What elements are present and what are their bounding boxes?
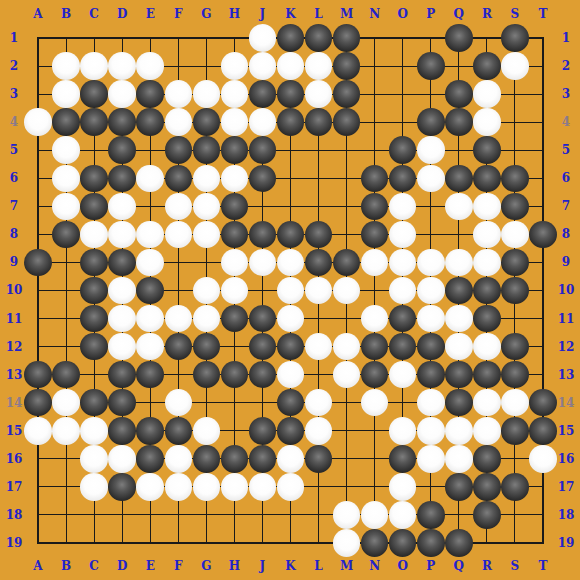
white-stone bbox=[221, 108, 249, 136]
column-label-bottom: B bbox=[61, 560, 71, 572]
black-stone bbox=[445, 361, 473, 389]
white-stone bbox=[136, 249, 164, 277]
black-stone bbox=[445, 80, 473, 108]
row-label-right: 12 bbox=[558, 341, 575, 353]
black-stone bbox=[389, 529, 417, 557]
column-label-bottom: S bbox=[511, 560, 520, 572]
white-stone bbox=[417, 305, 445, 333]
black-stone bbox=[24, 361, 52, 389]
column-label-top: R bbox=[482, 8, 492, 20]
white-stone bbox=[445, 249, 473, 277]
white-stone bbox=[24, 108, 52, 136]
column-label-top: K bbox=[285, 8, 295, 20]
row-label-left: 9 bbox=[10, 256, 18, 268]
white-stone bbox=[165, 108, 193, 136]
row-label-left: 8 bbox=[10, 228, 18, 240]
black-stone bbox=[80, 193, 108, 221]
column-label-bottom: J bbox=[260, 560, 266, 572]
black-stone bbox=[501, 277, 529, 305]
black-stone bbox=[52, 221, 80, 249]
white-stone bbox=[417, 249, 445, 277]
black-stone bbox=[445, 165, 473, 193]
white-stone bbox=[165, 473, 193, 501]
go-board[interactable]: AABBCCDDEEFFGGHHJJKKLLMMNNOOPPQQRRSSTT11… bbox=[0, 0, 580, 580]
white-stone bbox=[249, 108, 277, 136]
column-label-top: N bbox=[369, 8, 380, 20]
black-stone bbox=[445, 277, 473, 305]
black-stone bbox=[221, 193, 249, 221]
white-stone bbox=[305, 417, 333, 445]
white-stone bbox=[80, 417, 108, 445]
white-stone bbox=[445, 305, 473, 333]
white-stone bbox=[165, 80, 193, 108]
white-stone bbox=[193, 473, 221, 501]
column-label-bottom: T bbox=[539, 560, 548, 572]
black-stone bbox=[473, 165, 501, 193]
black-stone bbox=[80, 80, 108, 108]
black-stone bbox=[52, 361, 80, 389]
white-stone bbox=[80, 445, 108, 473]
white-stone bbox=[361, 501, 389, 529]
column-label-top: G bbox=[201, 8, 211, 20]
white-stone bbox=[389, 501, 417, 529]
white-stone bbox=[473, 108, 501, 136]
white-stone bbox=[136, 333, 164, 361]
row-label-left: 14 bbox=[6, 397, 23, 409]
column-label-bottom: R bbox=[482, 560, 492, 572]
column-label-bottom: P bbox=[426, 560, 435, 572]
black-stone bbox=[473, 445, 501, 473]
white-stone bbox=[417, 417, 445, 445]
black-stone bbox=[445, 24, 473, 52]
white-stone bbox=[249, 24, 277, 52]
black-stone bbox=[80, 249, 108, 277]
white-stone bbox=[108, 52, 136, 80]
row-label-left: 18 bbox=[6, 509, 23, 521]
white-stone bbox=[108, 193, 136, 221]
black-stone bbox=[473, 473, 501, 501]
black-stone bbox=[80, 333, 108, 361]
black-stone bbox=[80, 305, 108, 333]
black-stone bbox=[24, 249, 52, 277]
black-stone bbox=[529, 221, 557, 249]
black-stone bbox=[333, 80, 361, 108]
black-stone bbox=[277, 417, 305, 445]
black-stone bbox=[249, 165, 277, 193]
black-stone bbox=[136, 108, 164, 136]
horizontal-grid-line bbox=[38, 514, 543, 515]
column-label-top: A bbox=[33, 8, 42, 20]
black-stone bbox=[52, 108, 80, 136]
black-stone bbox=[445, 389, 473, 417]
black-stone bbox=[108, 249, 136, 277]
column-label-bottom: C bbox=[89, 560, 99, 572]
black-stone bbox=[221, 136, 249, 164]
white-stone bbox=[305, 80, 333, 108]
black-stone bbox=[473, 501, 501, 529]
row-label-left: 3 bbox=[10, 88, 18, 100]
white-stone bbox=[277, 52, 305, 80]
row-label-right: 7 bbox=[562, 200, 570, 212]
column-label-bottom: L bbox=[314, 560, 322, 572]
white-stone bbox=[277, 445, 305, 473]
white-stone bbox=[473, 80, 501, 108]
row-label-right: 1 bbox=[562, 32, 570, 44]
black-stone bbox=[221, 445, 249, 473]
white-stone bbox=[193, 80, 221, 108]
white-stone bbox=[445, 417, 473, 445]
row-label-right: 8 bbox=[562, 228, 570, 240]
white-stone bbox=[221, 165, 249, 193]
column-label-top: Q bbox=[454, 8, 464, 20]
white-stone bbox=[52, 417, 80, 445]
black-stone bbox=[501, 473, 529, 501]
black-stone bbox=[417, 52, 445, 80]
white-stone bbox=[389, 417, 417, 445]
white-stone bbox=[108, 277, 136, 305]
black-stone bbox=[221, 221, 249, 249]
white-stone bbox=[501, 389, 529, 417]
column-label-top: J bbox=[260, 8, 266, 20]
black-stone bbox=[445, 529, 473, 557]
row-label-left: 1 bbox=[10, 32, 18, 44]
white-stone bbox=[249, 473, 277, 501]
row-label-right: 10 bbox=[558, 284, 575, 296]
column-label-bottom: F bbox=[174, 560, 183, 572]
black-stone bbox=[193, 445, 221, 473]
white-stone bbox=[52, 52, 80, 80]
black-stone bbox=[80, 108, 108, 136]
row-label-right: 11 bbox=[558, 313, 575, 325]
black-stone bbox=[136, 445, 164, 473]
white-stone bbox=[305, 52, 333, 80]
column-label-top: B bbox=[61, 8, 71, 20]
white-stone bbox=[80, 52, 108, 80]
column-label-top: M bbox=[340, 8, 353, 20]
column-label-top: S bbox=[511, 8, 520, 20]
black-stone bbox=[108, 473, 136, 501]
row-label-right: 15 bbox=[558, 425, 575, 437]
black-stone bbox=[80, 277, 108, 305]
white-stone bbox=[529, 445, 557, 473]
black-stone bbox=[473, 361, 501, 389]
row-label-right: 19 bbox=[558, 537, 575, 549]
black-stone bbox=[501, 361, 529, 389]
white-stone bbox=[136, 52, 164, 80]
white-stone bbox=[52, 193, 80, 221]
column-label-bottom: E bbox=[146, 560, 155, 572]
white-stone bbox=[417, 445, 445, 473]
black-stone bbox=[501, 249, 529, 277]
white-stone bbox=[473, 249, 501, 277]
white-stone bbox=[193, 193, 221, 221]
black-stone bbox=[501, 333, 529, 361]
column-label-top: C bbox=[89, 8, 99, 20]
white-stone bbox=[221, 473, 249, 501]
black-stone bbox=[333, 108, 361, 136]
white-stone bbox=[108, 333, 136, 361]
column-label-bottom: D bbox=[117, 560, 127, 572]
row-label-right: 16 bbox=[558, 453, 575, 465]
column-label-bottom: K bbox=[285, 560, 295, 572]
black-stone bbox=[417, 333, 445, 361]
black-stone bbox=[80, 165, 108, 193]
black-stone bbox=[136, 277, 164, 305]
column-label-top: L bbox=[314, 8, 322, 20]
row-label-right: 14 bbox=[558, 397, 575, 409]
white-stone bbox=[333, 501, 361, 529]
white-stone bbox=[501, 221, 529, 249]
black-stone bbox=[136, 80, 164, 108]
black-stone bbox=[417, 108, 445, 136]
white-stone bbox=[473, 417, 501, 445]
column-label-top: E bbox=[146, 8, 155, 20]
row-label-left: 12 bbox=[6, 341, 23, 353]
row-label-left: 15 bbox=[6, 425, 23, 437]
column-label-bottom: N bbox=[369, 560, 380, 572]
go-game-window: AABBCCDDEEFFGGHHJJKKLLMMNNOOPPQQRRSSTT11… bbox=[0, 0, 580, 580]
white-stone bbox=[165, 445, 193, 473]
black-stone bbox=[108, 165, 136, 193]
white-stone bbox=[52, 389, 80, 417]
black-stone bbox=[136, 417, 164, 445]
white-stone bbox=[221, 249, 249, 277]
black-stone bbox=[249, 80, 277, 108]
column-label-bottom: Q bbox=[454, 560, 464, 572]
white-stone bbox=[108, 221, 136, 249]
black-stone bbox=[80, 389, 108, 417]
column-label-bottom: G bbox=[201, 560, 211, 572]
white-stone bbox=[80, 473, 108, 501]
column-label-top: F bbox=[174, 8, 183, 20]
black-stone bbox=[501, 193, 529, 221]
row-label-left: 11 bbox=[6, 313, 23, 325]
black-stone bbox=[305, 445, 333, 473]
row-label-right: 3 bbox=[562, 88, 570, 100]
white-stone bbox=[136, 165, 164, 193]
black-stone bbox=[529, 417, 557, 445]
black-stone bbox=[193, 136, 221, 164]
column-label-top: T bbox=[539, 8, 548, 20]
black-stone bbox=[473, 136, 501, 164]
row-label-right: 18 bbox=[558, 509, 575, 521]
row-label-right: 17 bbox=[558, 481, 575, 493]
black-stone bbox=[333, 52, 361, 80]
white-stone bbox=[165, 193, 193, 221]
black-stone bbox=[417, 361, 445, 389]
white-stone bbox=[445, 333, 473, 361]
black-stone bbox=[445, 108, 473, 136]
white-stone bbox=[473, 221, 501, 249]
white-stone bbox=[473, 389, 501, 417]
white-stone bbox=[108, 305, 136, 333]
white-stone bbox=[108, 445, 136, 473]
black-stone bbox=[193, 108, 221, 136]
white-stone bbox=[417, 136, 445, 164]
black-stone bbox=[277, 80, 305, 108]
white-stone bbox=[389, 473, 417, 501]
black-stone bbox=[249, 445, 277, 473]
column-label-bottom: O bbox=[397, 560, 407, 572]
white-stone bbox=[193, 417, 221, 445]
white-stone bbox=[193, 277, 221, 305]
black-stone bbox=[277, 108, 305, 136]
row-label-right: 4 bbox=[562, 116, 570, 128]
row-label-left: 5 bbox=[10, 144, 18, 156]
white-stone bbox=[52, 80, 80, 108]
black-stone bbox=[389, 445, 417, 473]
black-stone bbox=[473, 305, 501, 333]
white-stone bbox=[165, 221, 193, 249]
row-label-left: 17 bbox=[6, 481, 23, 493]
black-stone bbox=[417, 529, 445, 557]
white-stone bbox=[52, 165, 80, 193]
column-label-bottom: H bbox=[229, 560, 240, 572]
column-label-top: D bbox=[117, 8, 127, 20]
white-stone bbox=[136, 221, 164, 249]
black-stone bbox=[333, 24, 361, 52]
white-stone bbox=[501, 52, 529, 80]
white-stone bbox=[136, 305, 164, 333]
black-stone bbox=[249, 417, 277, 445]
white-stone bbox=[136, 473, 164, 501]
black-stone bbox=[361, 529, 389, 557]
black-stone bbox=[165, 165, 193, 193]
column-label-top: P bbox=[426, 8, 435, 20]
row-label-left: 16 bbox=[6, 453, 23, 465]
black-stone bbox=[501, 417, 529, 445]
black-stone bbox=[305, 108, 333, 136]
black-stone bbox=[165, 136, 193, 164]
black-stone bbox=[501, 24, 529, 52]
white-stone bbox=[417, 389, 445, 417]
white-stone bbox=[277, 473, 305, 501]
white-stone bbox=[333, 529, 361, 557]
row-label-right: 6 bbox=[562, 172, 570, 184]
white-stone bbox=[473, 333, 501, 361]
black-stone bbox=[24, 389, 52, 417]
column-label-top: O bbox=[397, 8, 407, 20]
black-stone bbox=[108, 361, 136, 389]
row-label-right: 13 bbox=[558, 369, 575, 381]
white-stone bbox=[473, 193, 501, 221]
row-label-left: 6 bbox=[10, 172, 18, 184]
white-stone bbox=[221, 80, 249, 108]
row-label-right: 5 bbox=[562, 144, 570, 156]
black-stone bbox=[249, 221, 277, 249]
row-label-left: 19 bbox=[6, 537, 23, 549]
black-stone bbox=[473, 52, 501, 80]
black-stone bbox=[417, 501, 445, 529]
black-stone bbox=[305, 24, 333, 52]
white-stone bbox=[193, 221, 221, 249]
black-stone bbox=[529, 389, 557, 417]
black-stone bbox=[501, 165, 529, 193]
black-stone bbox=[165, 417, 193, 445]
black-stone bbox=[108, 108, 136, 136]
row-label-right: 2 bbox=[562, 60, 570, 72]
white-stone bbox=[52, 136, 80, 164]
white-stone bbox=[24, 417, 52, 445]
white-stone bbox=[417, 165, 445, 193]
column-label-bottom: A bbox=[33, 560, 42, 572]
black-stone bbox=[108, 136, 136, 164]
white-stone bbox=[249, 52, 277, 80]
black-stone bbox=[108, 417, 136, 445]
row-label-left: 2 bbox=[10, 60, 18, 72]
row-label-left: 4 bbox=[10, 116, 18, 128]
column-label-bottom: M bbox=[340, 560, 353, 572]
white-stone bbox=[193, 165, 221, 193]
white-stone bbox=[445, 445, 473, 473]
column-label-top: H bbox=[229, 8, 240, 20]
black-stone bbox=[277, 24, 305, 52]
row-label-left: 13 bbox=[6, 369, 23, 381]
row-label-left: 10 bbox=[6, 284, 23, 296]
black-stone bbox=[445, 473, 473, 501]
white-stone bbox=[445, 193, 473, 221]
black-stone bbox=[249, 136, 277, 164]
white-stone bbox=[417, 277, 445, 305]
black-stone bbox=[473, 277, 501, 305]
white-stone bbox=[221, 52, 249, 80]
row-label-left: 7 bbox=[10, 200, 18, 212]
white-stone bbox=[165, 305, 193, 333]
row-label-right: 9 bbox=[562, 256, 570, 268]
white-stone bbox=[80, 221, 108, 249]
vertical-grid-line bbox=[374, 38, 375, 543]
white-stone bbox=[108, 80, 136, 108]
